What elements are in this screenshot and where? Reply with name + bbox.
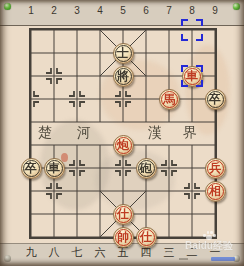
file-label-top: 8 xyxy=(189,5,195,16)
black-general-glyph: 將 xyxy=(117,70,129,82)
piece-black-cannon[interactable]: 砲 xyxy=(136,158,157,179)
piece-ring: 將 xyxy=(115,68,132,85)
piece-black-advisor[interactable]: 士 xyxy=(113,43,134,64)
piece-red-advisor[interactable]: 仕 xyxy=(136,227,157,248)
file-label-top: 9 xyxy=(212,5,218,16)
paw-icon xyxy=(203,231,215,240)
file-label-bottom: 七 xyxy=(72,245,83,260)
file-label-bottom: 九 xyxy=(26,245,37,260)
piece-ring: 仕 xyxy=(138,229,155,246)
red-elephant-glyph: 相 xyxy=(209,185,221,197)
piece-ring: 士 xyxy=(115,45,132,62)
file-label-top: 1 xyxy=(28,5,34,16)
piece-red-horse[interactable]: 馬 xyxy=(159,89,180,110)
file-label-bottom: 一 xyxy=(210,245,221,260)
file-label-bottom: 三 xyxy=(164,245,175,260)
piece-ring: 卒 xyxy=(207,91,224,108)
piece-black-general[interactable]: 將 xyxy=(113,66,134,87)
black-soldier-glyph: 卒 xyxy=(209,93,221,105)
piece-black-chariot[interactable]: 車 xyxy=(44,158,65,179)
board-artwork xyxy=(185,45,230,135)
file-label-top: 6 xyxy=(143,5,149,16)
file-label-top: 3 xyxy=(74,5,80,16)
piece-ring: 卒 xyxy=(23,160,40,177)
piece-black-soldier[interactable]: 卒 xyxy=(21,158,42,179)
black-soldier-glyph: 卒 xyxy=(25,162,37,174)
file-label-bottom: 二 xyxy=(187,245,198,260)
piece-red-elephant[interactable]: 相 xyxy=(205,181,226,202)
piece-red-cannon[interactable]: 炮 xyxy=(113,135,134,156)
corner-dot-icon xyxy=(4,255,11,262)
piece-ring: 相 xyxy=(207,183,224,200)
file-label-bottom: 六 xyxy=(95,245,106,260)
red-cannon-glyph: 炮 xyxy=(117,139,129,151)
piece-red-general[interactable]: 帥 xyxy=(113,227,134,248)
red-advisor-glyph: 仕 xyxy=(117,208,129,220)
file-label-top: 4 xyxy=(97,5,103,16)
corner-dot-icon xyxy=(4,3,11,10)
piece-ring: 帥 xyxy=(115,229,132,246)
piece-ring: 車 xyxy=(184,68,201,85)
corner-dot-icon xyxy=(233,3,240,10)
piece-black-soldier[interactable]: 卒 xyxy=(205,89,226,110)
red-horse-glyph: 馬 xyxy=(163,93,175,105)
piece-red-advisor[interactable]: 仕 xyxy=(113,204,134,225)
piece-ring: 炮 xyxy=(115,137,132,154)
piece-ring: 馬 xyxy=(161,91,178,108)
corner-dot-icon xyxy=(233,255,240,262)
file-label-bottom: 八 xyxy=(49,245,60,260)
red-advisor-glyph: 仕 xyxy=(140,231,152,243)
piece-ring: 車 xyxy=(46,160,63,177)
file-label-top: 7 xyxy=(166,5,172,16)
river-label: 楚 xyxy=(38,124,52,142)
xiangqi-app-window: 123456789 九八七六五四三二一 Baidu经验 楚河漢界士將車馬卒炮卒車… xyxy=(0,0,244,266)
piece-red-chariot[interactable]: 車 xyxy=(182,66,203,87)
black-chariot-glyph: 車 xyxy=(48,162,60,174)
red-general-glyph: 帥 xyxy=(117,231,129,243)
river-label: 河 xyxy=(77,124,91,142)
board-artwork xyxy=(95,150,175,210)
piece-ring: 仕 xyxy=(115,206,132,223)
file-label-top: 2 xyxy=(51,5,57,16)
black-advisor-glyph: 士 xyxy=(117,47,129,59)
red-soldier-glyph: 兵 xyxy=(209,162,221,174)
piece-ring: 砲 xyxy=(138,160,155,177)
piece-ring: 兵 xyxy=(207,160,224,177)
river-label: 漢 xyxy=(148,124,162,142)
river-label: 界 xyxy=(183,124,197,142)
black-cannon-glyph: 砲 xyxy=(140,162,152,174)
red-chariot-glyph: 車 xyxy=(186,70,198,82)
piece-red-soldier[interactable]: 兵 xyxy=(205,158,226,179)
file-label-top: 5 xyxy=(120,5,126,16)
